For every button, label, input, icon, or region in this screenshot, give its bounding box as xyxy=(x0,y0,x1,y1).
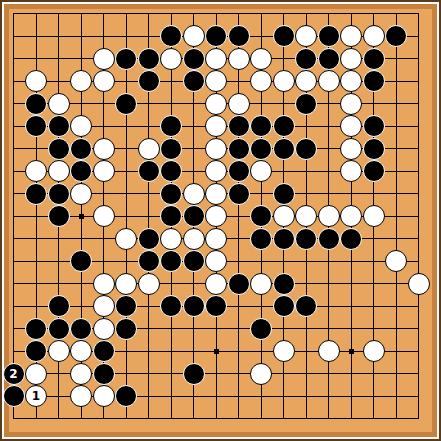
stone-black-9-10[interactable] xyxy=(183,205,205,227)
stone-white-2-4[interactable] xyxy=(25,70,47,92)
stone-white-5-4[interactable] xyxy=(93,70,115,92)
stone-black-8-8[interactable] xyxy=(160,160,182,182)
star-point-16-16 xyxy=(349,349,354,354)
stone-white-9-9[interactable] xyxy=(183,183,205,205)
stone-white-15-16[interactable] xyxy=(318,340,340,362)
stone-black-13-14[interactable] xyxy=(273,295,295,317)
stone-black-11-6[interactable] xyxy=(228,115,250,137)
stone-black-2-16[interactable] xyxy=(25,340,47,362)
move-label-1: 1 xyxy=(32,390,40,402)
stone-white-12-3[interactable] xyxy=(250,48,272,70)
stone-black-10-2[interactable] xyxy=(205,25,227,47)
stone-white-15-10[interactable] xyxy=(318,205,340,227)
stone-black-8-10[interactable] xyxy=(160,205,182,227)
stone-white-16-7[interactable] xyxy=(340,138,362,160)
grid-line-v-11 xyxy=(238,13,239,419)
stone-white-10-10[interactable] xyxy=(205,205,227,227)
stone-black-14-14[interactable] xyxy=(295,295,317,317)
stone-black-7-8[interactable] xyxy=(138,160,160,182)
stone-white-14-10[interactable] xyxy=(295,205,317,227)
stone-white-16-6[interactable] xyxy=(340,115,362,137)
stone-black-5-16[interactable] xyxy=(93,340,115,362)
stone-black-14-11[interactable] xyxy=(295,228,317,250)
stone-black-13-2[interactable] xyxy=(273,25,295,47)
stone-white-10-6[interactable] xyxy=(205,115,227,137)
stone-white-4-16[interactable] xyxy=(70,340,92,362)
go-board[interactable]: 21 xyxy=(9,9,432,432)
stone-black-11-13[interactable] xyxy=(228,273,250,295)
stone-white-14-2[interactable] xyxy=(295,25,317,47)
stone-black-7-3[interactable] xyxy=(138,48,160,70)
stone-white-16-4[interactable] xyxy=(340,70,362,92)
stone-white-9-11[interactable] xyxy=(183,228,205,250)
stone-white-16-5[interactable] xyxy=(340,93,362,115)
stone-black-18-2[interactable] xyxy=(385,25,407,47)
stone-white-5-14[interactable] xyxy=(93,295,115,317)
stone-white-2-8[interactable] xyxy=(25,160,47,182)
move-label-2: 2 xyxy=(9,368,17,380)
stone-white-11-5[interactable] xyxy=(228,93,250,115)
stone-white-6-13[interactable] xyxy=(115,273,137,295)
stone-white-5-13[interactable] xyxy=(93,273,115,295)
stone-black-7-11[interactable] xyxy=(138,228,160,250)
stone-black-12-11[interactable] xyxy=(250,228,272,250)
stone-white-16-8[interactable] xyxy=(340,160,362,182)
stone-black-11-8[interactable] xyxy=(228,160,250,182)
stone-white-3-8[interactable] xyxy=(48,160,70,182)
stone-black-1-18[interactable] xyxy=(3,385,25,407)
stone-white-5-15[interactable] xyxy=(93,318,115,340)
stone-black-12-7[interactable] xyxy=(250,138,272,160)
stone-black-3-14[interactable] xyxy=(48,295,70,317)
stone-white-10-12[interactable] xyxy=(205,250,227,272)
stone-black-8-6[interactable] xyxy=(160,115,182,137)
stone-black-9-4[interactable] xyxy=(183,70,205,92)
stone-black-13-7[interactable] xyxy=(273,138,295,160)
stone-black-4-7[interactable] xyxy=(70,138,92,160)
stone-white-10-9[interactable] xyxy=(205,183,227,205)
stone-black-8-12[interactable] xyxy=(160,250,182,272)
grid-line-v-19 xyxy=(418,13,419,419)
stone-white-16-3[interactable] xyxy=(340,48,362,70)
stone-black-12-10[interactable] xyxy=(250,205,272,227)
star-point-4-10 xyxy=(79,214,84,219)
stone-black-10-14[interactable] xyxy=(205,295,227,317)
stone-white-7-7[interactable] xyxy=(138,138,160,160)
stone-black-2-5[interactable] xyxy=(25,93,47,115)
stone-white-10-13[interactable] xyxy=(205,273,227,295)
stone-black-12-15[interactable] xyxy=(250,318,272,340)
stone-black-14-7[interactable] xyxy=(295,138,317,160)
stone-white-12-8[interactable] xyxy=(250,160,272,182)
stone-white-4-4[interactable] xyxy=(70,70,92,92)
stone-black-4-12[interactable] xyxy=(70,250,92,272)
stone-white-10-7[interactable] xyxy=(205,138,227,160)
stone-white-17-16[interactable] xyxy=(363,340,385,362)
stone-black-13-9[interactable] xyxy=(273,183,295,205)
stone-white-9-2[interactable] xyxy=(183,25,205,47)
stone-white-13-16[interactable] xyxy=(273,340,295,362)
stone-white-10-4[interactable] xyxy=(205,70,227,92)
stone-black-3-7[interactable] xyxy=(48,138,70,160)
star-point-10-16 xyxy=(214,349,219,354)
stone-white-2-18[interactable]: 1 xyxy=(25,385,47,407)
stone-black-14-3[interactable] xyxy=(295,48,317,70)
stone-white-13-4[interactable] xyxy=(273,70,295,92)
stone-white-5-10[interactable] xyxy=(93,205,115,227)
stone-black-13-11[interactable] xyxy=(273,228,295,250)
stone-black-9-12[interactable] xyxy=(183,250,205,272)
stone-black-16-11[interactable] xyxy=(340,228,362,250)
stone-black-1-17[interactable]: 2 xyxy=(3,363,25,385)
stone-black-2-9[interactable] xyxy=(25,183,47,205)
stone-white-17-10[interactable] xyxy=(363,205,385,227)
stone-white-8-11[interactable] xyxy=(160,228,182,250)
stone-black-6-3[interactable] xyxy=(115,48,137,70)
stone-black-14-5[interactable] xyxy=(295,93,317,115)
stone-white-19-13[interactable] xyxy=(408,273,430,295)
stone-black-3-9[interactable] xyxy=(48,183,70,205)
stone-black-11-2[interactable] xyxy=(228,25,250,47)
stone-white-16-10[interactable] xyxy=(340,205,362,227)
stone-white-3-16[interactable] xyxy=(48,340,70,362)
stone-white-5-3[interactable] xyxy=(93,48,115,70)
stone-white-5-7[interactable] xyxy=(93,138,115,160)
stone-black-3-15[interactable] xyxy=(48,318,70,340)
stone-black-8-9[interactable] xyxy=(160,183,182,205)
stone-black-15-2[interactable] xyxy=(318,25,340,47)
stone-black-8-2[interactable] xyxy=(160,25,182,47)
stone-black-17-8[interactable] xyxy=(363,160,385,182)
stone-black-4-15[interactable] xyxy=(70,318,92,340)
stone-black-3-6[interactable] xyxy=(48,115,70,137)
stone-black-17-7[interactable] xyxy=(363,138,385,160)
stone-black-2-15[interactable] xyxy=(25,318,47,340)
stone-black-15-11[interactable] xyxy=(318,228,340,250)
stone-black-9-14[interactable] xyxy=(183,295,205,317)
stone-black-9-17[interactable] xyxy=(183,363,205,385)
stone-white-4-17[interactable] xyxy=(70,363,92,385)
go-diagram: 21 xyxy=(0,0,441,441)
stone-white-15-4[interactable] xyxy=(318,70,340,92)
stone-white-12-17[interactable] xyxy=(250,363,272,385)
stone-black-9-3[interactable] xyxy=(183,48,205,70)
stone-black-13-13[interactable] xyxy=(273,273,295,295)
stone-black-17-3[interactable] xyxy=(363,48,385,70)
stone-black-6-5[interactable] xyxy=(115,93,137,115)
stone-white-14-4[interactable] xyxy=(295,70,317,92)
stone-black-11-9[interactable] xyxy=(228,183,250,205)
stone-white-10-11[interactable] xyxy=(205,228,227,250)
stone-white-3-5[interactable] xyxy=(48,93,70,115)
stone-white-17-2[interactable] xyxy=(363,25,385,47)
stone-white-2-17[interactable] xyxy=(25,363,47,385)
stone-black-13-6[interactable] xyxy=(273,115,295,137)
stone-black-7-4[interactable] xyxy=(138,70,160,92)
stone-white-4-18[interactable] xyxy=(70,385,92,407)
stone-white-4-6[interactable] xyxy=(70,115,92,137)
stone-white-5-8[interactable] xyxy=(93,160,115,182)
stone-black-5-17[interactable] xyxy=(93,363,115,385)
stone-white-12-13[interactable] xyxy=(250,273,272,295)
stone-black-11-7[interactable] xyxy=(228,138,250,160)
stone-white-7-13[interactable] xyxy=(138,273,160,295)
stone-black-8-14[interactable] xyxy=(160,295,182,317)
stone-black-6-18[interactable] xyxy=(115,385,137,407)
stone-white-6-11[interactable] xyxy=(115,228,137,250)
stone-black-12-6[interactable] xyxy=(250,115,272,137)
stone-black-3-10[interactable] xyxy=(48,205,70,227)
stone-black-17-6[interactable] xyxy=(363,115,385,137)
stone-white-18-12[interactable] xyxy=(385,250,407,272)
stone-white-5-18[interactable] xyxy=(93,385,115,407)
stone-white-11-3[interactable] xyxy=(228,48,250,70)
stone-black-17-4[interactable] xyxy=(363,70,385,92)
stone-black-15-3[interactable] xyxy=(318,48,340,70)
stone-black-7-12[interactable] xyxy=(138,250,160,272)
grid-line-v-18 xyxy=(396,13,397,419)
stone-white-12-4[interactable] xyxy=(250,70,272,92)
stone-black-6-15[interactable] xyxy=(115,318,137,340)
grid-line-h-19 xyxy=(13,418,419,419)
stone-white-10-3[interactable] xyxy=(205,48,227,70)
stone-black-8-7[interactable] xyxy=(160,138,182,160)
stone-black-2-6[interactable] xyxy=(25,115,47,137)
stone-white-13-10[interactable] xyxy=(273,205,295,227)
stone-black-6-14[interactable] xyxy=(115,295,137,317)
stone-white-10-5[interactable] xyxy=(205,93,227,115)
stone-white-10-8[interactable] xyxy=(205,160,227,182)
stone-white-4-9[interactable] xyxy=(70,183,92,205)
stone-black-4-8[interactable] xyxy=(70,160,92,182)
stone-white-16-2[interactable] xyxy=(340,25,362,47)
stone-white-8-3[interactable] xyxy=(160,48,182,70)
